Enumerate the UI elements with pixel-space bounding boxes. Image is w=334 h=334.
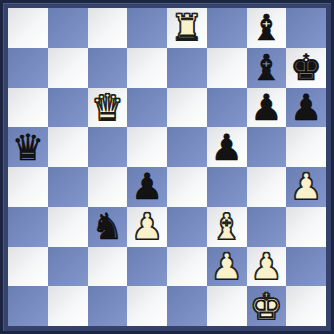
piece-black-bishop[interactable]: ♝	[247, 8, 286, 47]
square-h7[interactable]: ♚	[286, 48, 326, 88]
square-f5[interactable]: ♟	[207, 127, 247, 167]
square-b1[interactable]	[48, 286, 88, 326]
square-c3[interactable]: ♞	[88, 207, 128, 247]
square-b2[interactable]	[48, 247, 88, 287]
square-g5[interactable]	[247, 127, 287, 167]
square-g6[interactable]: ♟	[247, 88, 287, 128]
square-a3[interactable]	[8, 207, 48, 247]
square-d4[interactable]: ♟	[127, 167, 167, 207]
square-e6[interactable]	[167, 88, 207, 128]
square-e8[interactable]: ♜	[167, 8, 207, 48]
square-a6[interactable]	[8, 88, 48, 128]
square-g7[interactable]: ♝	[247, 48, 287, 88]
piece-black-knight[interactable]: ♞	[88, 207, 127, 246]
square-f7[interactable]	[207, 48, 247, 88]
square-d7[interactable]	[127, 48, 167, 88]
square-h1[interactable]	[286, 286, 326, 326]
square-h3[interactable]	[286, 207, 326, 247]
piece-white-rook[interactable]: ♜	[167, 8, 206, 47]
square-g8[interactable]: ♝	[247, 8, 287, 48]
piece-white-pawn[interactable]: ♟	[287, 167, 326, 206]
square-a7[interactable]	[8, 48, 48, 88]
board-inner-frame: ♜♝♝♚♛♟♟♛♟♟♟♞♟♝♟♟♚	[3, 3, 331, 331]
square-a1[interactable]	[8, 286, 48, 326]
square-f2[interactable]: ♟	[207, 247, 247, 287]
square-e5[interactable]	[167, 127, 207, 167]
piece-white-pawn[interactable]: ♟	[207, 247, 246, 286]
square-f3[interactable]: ♝	[207, 207, 247, 247]
piece-black-bishop[interactable]: ♝	[247, 48, 286, 87]
square-c2[interactable]	[88, 247, 128, 287]
square-f1[interactable]	[207, 286, 247, 326]
piece-black-pawn[interactable]: ♟	[128, 167, 167, 206]
square-c5[interactable]	[88, 127, 128, 167]
square-h4[interactable]: ♟	[286, 167, 326, 207]
square-d3[interactable]: ♟	[127, 207, 167, 247]
square-b5[interactable]	[48, 127, 88, 167]
square-f8[interactable]	[207, 8, 247, 48]
square-h8[interactable]	[286, 8, 326, 48]
square-g4[interactable]	[247, 167, 287, 207]
square-c8[interactable]	[88, 8, 128, 48]
piece-white-king[interactable]: ♚	[247, 287, 286, 326]
square-e2[interactable]	[167, 247, 207, 287]
board-outer-frame: ♜♝♝♚♛♟♟♛♟♟♟♞♟♝♟♟♚	[0, 0, 334, 334]
square-b6[interactable]	[48, 88, 88, 128]
square-g2[interactable]: ♟	[247, 247, 287, 287]
square-e1[interactable]	[167, 286, 207, 326]
square-d5[interactable]	[127, 127, 167, 167]
square-d6[interactable]	[127, 88, 167, 128]
square-a8[interactable]	[8, 8, 48, 48]
piece-white-bishop[interactable]: ♝	[207, 207, 246, 246]
square-c7[interactable]	[88, 48, 128, 88]
piece-black-queen[interactable]: ♛	[8, 128, 47, 167]
square-a2[interactable]	[8, 247, 48, 287]
chess-board: ♜♝♝♚♛♟♟♛♟♟♟♞♟♝♟♟♚	[8, 8, 326, 326]
square-a4[interactable]	[8, 167, 48, 207]
square-c6[interactable]: ♛	[88, 88, 128, 128]
square-b3[interactable]	[48, 207, 88, 247]
square-h2[interactable]	[286, 247, 326, 287]
piece-black-pawn[interactable]: ♟	[207, 128, 246, 167]
square-a5[interactable]: ♛	[8, 127, 48, 167]
square-b8[interactable]	[48, 8, 88, 48]
square-g3[interactable]	[247, 207, 287, 247]
square-c4[interactable]	[88, 167, 128, 207]
square-d1[interactable]	[127, 286, 167, 326]
square-d2[interactable]	[127, 247, 167, 287]
square-e7[interactable]	[167, 48, 207, 88]
piece-white-pawn[interactable]: ♟	[247, 247, 286, 286]
square-g1[interactable]: ♚	[247, 286, 287, 326]
piece-black-king[interactable]: ♚	[287, 48, 326, 87]
square-h5[interactable]	[286, 127, 326, 167]
square-b7[interactable]	[48, 48, 88, 88]
square-f4[interactable]	[207, 167, 247, 207]
chess-board-widget: ♜♝♝♚♛♟♟♛♟♟♟♞♟♝♟♟♚	[0, 0, 334, 334]
square-d8[interactable]	[127, 8, 167, 48]
square-h6[interactable]: ♟	[286, 88, 326, 128]
square-b4[interactable]	[48, 167, 88, 207]
square-c1[interactable]	[88, 286, 128, 326]
piece-black-pawn[interactable]: ♟	[247, 88, 286, 127]
square-e4[interactable]	[167, 167, 207, 207]
piece-white-queen[interactable]: ♛	[88, 88, 127, 127]
piece-white-pawn[interactable]: ♟	[128, 207, 167, 246]
square-e3[interactable]	[167, 207, 207, 247]
square-f6[interactable]	[207, 88, 247, 128]
piece-black-pawn[interactable]: ♟	[287, 88, 326, 127]
